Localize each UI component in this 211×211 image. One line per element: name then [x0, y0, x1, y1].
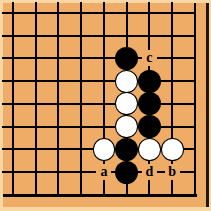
board-point-r3c4 — [70, 47, 93, 70]
board-point-r9c4 — [70, 184, 93, 207]
board-point-r6c9 — [184, 115, 207, 138]
board-point-r9c8 — [161, 184, 184, 207]
board-point-r8c6 — [115, 161, 138, 184]
grid-line-horizontal — [24, 103, 47, 105]
board-point-r4c9 — [184, 70, 207, 93]
board-point-r9c6 — [115, 184, 138, 207]
grid-line-horizontal — [70, 148, 93, 150]
board-point-r4c7 — [138, 70, 161, 93]
grid-line-horizontal — [115, 35, 138, 37]
board-point-r7c6 — [115, 138, 138, 161]
grid-line-horizontal — [24, 12, 47, 14]
board-point-r5c4 — [70, 93, 93, 116]
board-point-r6c7 — [138, 115, 161, 138]
board-point-r4c5 — [93, 70, 116, 93]
white-stone — [115, 115, 138, 138]
white-stone — [138, 138, 161, 161]
white-stone — [115, 70, 138, 93]
grid-line-horizontal — [47, 126, 70, 128]
board-point-r6c6 — [115, 115, 138, 138]
grid-line-horizontal — [70, 103, 93, 105]
board-point-r9c7 — [138, 184, 161, 207]
grid-line-horizontal — [184, 126, 196, 128]
board-point-r6c2 — [24, 115, 47, 138]
board-point-r7c7 — [138, 138, 161, 161]
board-point-r7c1 — [2, 138, 25, 161]
black-stone — [138, 115, 161, 138]
board-point-r8c4 — [70, 161, 93, 184]
board-point-r8c1 — [2, 161, 25, 184]
grid-line-vertical — [80, 184, 82, 195]
board-point-r3c3 — [47, 47, 70, 70]
board-point-r5c2 — [24, 93, 47, 116]
board-point-r1c1 — [2, 2, 25, 25]
grid-line-vertical — [171, 184, 173, 195]
grid-line-horizontal — [70, 126, 93, 128]
board-point-r9c1 — [2, 184, 25, 207]
board-point-r8c2 — [24, 161, 47, 184]
board-point-r1c8 — [161, 2, 184, 25]
grid-line-horizontal — [2, 35, 25, 37]
board-point-r9c2 — [24, 184, 47, 207]
black-stone — [138, 92, 161, 115]
board-point-r1c3 — [47, 2, 70, 25]
black-stone — [138, 70, 161, 93]
board-point-r9c9 — [184, 184, 207, 207]
grid-line-horizontal — [47, 171, 70, 173]
grid-line-horizontal — [2, 126, 25, 128]
board-point-r3c5 — [93, 47, 116, 70]
board-point-r7c9 — [184, 138, 207, 161]
board-point-r4c2 — [24, 70, 47, 93]
board-point-r8c3 — [47, 161, 70, 184]
board-point-r9c5 — [93, 184, 116, 207]
board-point-r3c9 — [184, 47, 207, 70]
grid-line-horizontal — [2, 171, 25, 173]
grid-line-horizontal — [93, 57, 116, 59]
grid-line-horizontal — [93, 35, 116, 37]
grid-line-horizontal — [184, 103, 196, 105]
grid-line-horizontal — [115, 12, 138, 14]
board-point-r3c7: c — [138, 47, 161, 70]
board-point-r6c1 — [2, 115, 25, 138]
grid-line-horizontal — [47, 80, 70, 82]
point-label-a: a — [96, 164, 111, 180]
black-stone — [115, 138, 138, 161]
grid-line-vertical — [57, 184, 59, 195]
board-point-r7c8 — [161, 138, 184, 161]
board-point-r6c8 — [161, 115, 184, 138]
board-point-r9c3 — [47, 184, 70, 207]
board-point-r7c5 — [93, 138, 116, 161]
grid-line-horizontal — [2, 103, 25, 105]
grid-line-horizontal — [161, 12, 184, 14]
grid-line-horizontal — [161, 103, 184, 105]
board-point-r7c3 — [47, 138, 70, 161]
grid-line-horizontal — [70, 35, 93, 37]
grid-line-horizontal — [184, 12, 196, 14]
point-label-b: b — [165, 164, 180, 180]
board-point-r6c4 — [70, 115, 93, 138]
grid-line-horizontal — [47, 35, 70, 37]
board-point-r2c7 — [138, 24, 161, 47]
board-point-r3c8 — [161, 47, 184, 70]
board-point-r5c9 — [184, 93, 207, 116]
grid-line-horizontal — [161, 57, 184, 59]
board-point-r8c7: d — [138, 161, 161, 184]
board-point-r3c2 — [24, 47, 47, 70]
grid-line-horizontal — [184, 80, 196, 82]
white-stone — [161, 138, 184, 161]
grid-line-horizontal — [47, 57, 70, 59]
go-diagram: cadb — [0, 0, 211, 211]
board-point-r2c9 — [184, 24, 207, 47]
grid-line-horizontal — [93, 126, 116, 128]
grid-line-horizontal — [70, 57, 93, 59]
grid-line-horizontal — [93, 12, 116, 14]
grid-line-horizontal — [24, 126, 47, 128]
board-point-r2c8 — [161, 24, 184, 47]
grid-line-horizontal — [2, 148, 25, 150]
white-stone — [93, 138, 116, 161]
point-label-c: c — [142, 50, 157, 66]
grid-line-horizontal — [2, 80, 25, 82]
board-point-r1c2 — [24, 2, 47, 25]
board-point-r1c9 — [184, 2, 207, 25]
board-point-r2c4 — [70, 24, 93, 47]
board-point-r2c3 — [47, 24, 70, 47]
board-point-r1c5 — [93, 2, 116, 25]
point-label-d: d — [142, 164, 157, 180]
grid-line-horizontal — [184, 57, 196, 59]
board-point-r1c6 — [115, 2, 138, 25]
board-point-r6c5 — [93, 115, 116, 138]
grid-line-horizontal — [161, 35, 184, 37]
grid-line-horizontal — [161, 80, 184, 82]
go-board: cadb — [2, 2, 207, 207]
board-point-r1c4 — [70, 2, 93, 25]
grid-line-horizontal — [24, 57, 47, 59]
white-stone — [115, 92, 138, 115]
grid-line-horizontal — [184, 171, 196, 173]
board-point-r5c6 — [115, 93, 138, 116]
grid-line-horizontal — [47, 103, 70, 105]
board-point-r5c5 — [93, 93, 116, 116]
board-point-r2c1 — [2, 24, 25, 47]
black-stone — [115, 47, 138, 70]
grid-line-horizontal — [93, 80, 116, 82]
grid-line-horizontal — [161, 126, 184, 128]
grid-line-horizontal — [2, 57, 25, 59]
grid-line-horizontal — [70, 171, 93, 173]
board-point-r4c8 — [161, 70, 184, 93]
board-point-r1c7 — [138, 2, 161, 25]
board-point-r5c1 — [2, 93, 25, 116]
grid-line-vertical — [35, 184, 37, 195]
grid-line-horizontal — [47, 12, 70, 14]
board-point-r3c1 — [2, 47, 25, 70]
grid-line-horizontal — [138, 35, 161, 37]
grid-line-horizontal — [70, 12, 93, 14]
grid-line-horizontal — [24, 171, 47, 173]
grid-line-vertical — [103, 184, 105, 195]
board-point-r4c6 — [115, 70, 138, 93]
grid-line-horizontal — [2, 12, 25, 14]
grid-line-horizontal — [47, 148, 70, 150]
grid-line-horizontal — [70, 80, 93, 82]
board-point-r6c3 — [47, 115, 70, 138]
grid-line-horizontal — [24, 35, 47, 37]
board-point-r4c1 — [2, 70, 25, 93]
grid-line-horizontal — [24, 80, 47, 82]
board-point-r4c4 — [70, 70, 93, 93]
grid-line-vertical — [148, 184, 150, 195]
board-point-r3c6 — [115, 47, 138, 70]
board-point-r8c8: b — [161, 161, 184, 184]
board-point-r2c2 — [24, 24, 47, 47]
grid-line-vertical — [12, 184, 14, 195]
board-point-r8c5: a — [93, 161, 116, 184]
grid-line-horizontal — [93, 103, 116, 105]
board-point-r8c9 — [184, 161, 207, 184]
board-point-r5c3 — [47, 93, 70, 116]
grid-line-horizontal — [24, 148, 47, 150]
grid-line-horizontal — [184, 35, 196, 37]
board-point-r7c2 — [24, 138, 47, 161]
grid-line-vertical — [126, 184, 128, 195]
board-point-r4c3 — [47, 70, 70, 93]
board-point-r2c6 — [115, 24, 138, 47]
board-point-r7c4 — [70, 138, 93, 161]
grid-line-horizontal — [184, 148, 196, 150]
board-point-r2c5 — [93, 24, 116, 47]
grid-line-horizontal — [138, 12, 161, 14]
black-stone — [115, 161, 138, 184]
board-point-r5c7 — [138, 93, 161, 116]
board-point-r5c8 — [161, 93, 184, 116]
